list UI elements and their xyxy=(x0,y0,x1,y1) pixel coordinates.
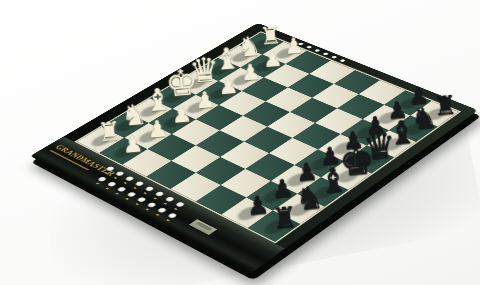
button-symbols-row-2 xyxy=(96,182,175,224)
piece-white-pawn[interactable]: ♟ xyxy=(115,131,151,157)
led-indicator xyxy=(322,52,329,55)
panel-button[interactable] xyxy=(124,176,134,182)
panel-button[interactable] xyxy=(154,191,164,197)
panel-button[interactable] xyxy=(97,176,107,182)
panel-button[interactable] xyxy=(134,181,144,187)
panel-button[interactable] xyxy=(115,171,125,177)
panel-button[interactable] xyxy=(146,202,156,208)
board-grid: ♜♞♝♚♛♝♞♜♟♟♟♟♟♟♟♟♟♟♟♟♟♟♟♟♜♞♝♚♛♝♞♜ xyxy=(74,31,461,243)
panel-button[interactable] xyxy=(175,201,185,207)
panel-button[interactable] xyxy=(116,186,126,192)
led-indicator xyxy=(314,49,321,52)
panel-button[interactable] xyxy=(136,197,146,203)
panel-button[interactable] xyxy=(107,181,117,187)
panel-button[interactable] xyxy=(167,213,178,219)
panel-button[interactable] xyxy=(105,166,115,172)
led-indicator xyxy=(331,56,338,59)
lcd-segments xyxy=(196,222,213,231)
panel-button[interactable] xyxy=(157,207,168,213)
panel-button[interactable] xyxy=(164,196,174,202)
brand-block: GRANDMASTER xyxy=(49,143,108,174)
piece-black-rook[interactable]: ♜ xyxy=(265,202,305,234)
photo-stage: ♜♞♝♚♛♝♞♜♟♟♟♟♟♟♟♟♟♟♟♟♟♟♟♟♜♞♝♚♛♝♞♜ GRANDMA… xyxy=(0,0,480,285)
panel-button[interactable] xyxy=(144,186,154,192)
panel-button[interactable] xyxy=(126,191,136,197)
lcd-display xyxy=(187,218,218,236)
chess-computer: ♜♞♝♚♛♝♞♜♟♟♟♟♟♟♟♟♟♟♟♟♟♟♟♟♜♞♝♚♛♝♞♜ GRANDMA… xyxy=(30,23,478,273)
led-indicator xyxy=(339,59,346,62)
brand-tagline xyxy=(49,150,89,171)
scene: ♜♞♝♚♛♝♞♜♟♟♟♟♟♟♟♟♟♟♟♟♟♟♟♟♜♞♝♚♛♝♞♜ GRANDMA… xyxy=(76,0,433,285)
